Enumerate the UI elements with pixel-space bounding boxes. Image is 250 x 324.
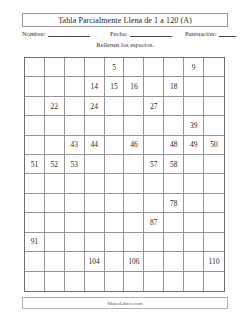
grid-cell-r1-c8[interactable]	[164, 58, 184, 77]
grid-cell-r12-c3[interactable]	[65, 272, 85, 291]
grid-cell-r4-c4[interactable]	[85, 116, 105, 135]
name-label: Nombre:	[22, 30, 45, 37]
grid-cell-r5-c3: 43	[65, 136, 85, 155]
grid-cell-r1-c2[interactable]	[45, 58, 65, 77]
grid-cell-r7-c4[interactable]	[85, 174, 105, 193]
grid-cell-r8-c4[interactable]	[85, 194, 105, 213]
grid-cell-r4-c5[interactable]	[105, 116, 125, 135]
score-field: Puntuación:	[185, 30, 236, 37]
grid-cell-r6-c1: 51	[25, 155, 45, 174]
grid-cell-r7-c2[interactable]	[45, 174, 65, 193]
grid-cell-r10-c7[interactable]	[144, 233, 164, 252]
grid-cell-r8-c9[interactable]	[184, 194, 204, 213]
grid-cell-r4-c3[interactable]	[65, 116, 85, 135]
grid-cell-r6-c3: 53	[65, 155, 85, 174]
grid-cell-r2-c2[interactable]	[45, 77, 65, 96]
grid-cell-r11-c1[interactable]	[25, 252, 45, 271]
grid-cell-r3-c9[interactable]	[184, 97, 204, 116]
grid-cell-r11-c4: 104	[85, 252, 105, 271]
grid-cell-r11-c9[interactable]	[184, 252, 204, 271]
grid-cell-r2-c6: 16	[124, 77, 144, 96]
grid-cell-r6-c8: 58	[164, 155, 184, 174]
footer-site-text: MatesLibres.com	[108, 301, 143, 306]
name-field: Nombre:	[22, 30, 90, 37]
grid-cell-r3-c7: 27	[144, 97, 164, 116]
grid-cell-r8-c6[interactable]	[124, 194, 144, 213]
grid-cell-r10-c1: 91	[25, 233, 45, 252]
grid-cell-r10-c4[interactable]	[85, 233, 105, 252]
grid-cell-r2-c8: 18	[164, 77, 184, 96]
grid-cell-r8-c3[interactable]	[65, 194, 85, 213]
grid-cell-r4-c7[interactable]	[144, 116, 164, 135]
grid-cell-r10-c2[interactable]	[45, 233, 65, 252]
grid-cell-r5-c10: 50	[204, 136, 224, 155]
grid-cell-r6-c10[interactable]	[204, 155, 224, 174]
grid-cell-r8-c7[interactable]	[144, 194, 164, 213]
grid-cell-r7-c6[interactable]	[124, 174, 144, 193]
grid-cell-r8-c8: 78	[164, 194, 184, 213]
grid-cell-r12-c10[interactable]	[204, 272, 224, 291]
grid-cell-r2-c5: 15	[105, 77, 125, 96]
grid-cell-r9-c7: 87	[144, 213, 164, 232]
grid-cell-r1-c3[interactable]	[65, 58, 85, 77]
grid-cell-r5-c9: 49	[184, 136, 204, 155]
grid-cell-r11-c3[interactable]	[65, 252, 85, 271]
grid-cell-r7-c10[interactable]	[204, 174, 224, 193]
grid-cell-r5-c7[interactable]	[144, 136, 164, 155]
grid-cell-r9-c10[interactable]	[204, 213, 224, 232]
grid-cell-r8-c10[interactable]	[204, 194, 224, 213]
grid-cell-r3-c8[interactable]	[164, 97, 184, 116]
grid-cell-r4-c9: 39	[184, 116, 204, 135]
grid-cell-r3-c10[interactable]	[204, 97, 224, 116]
grid-cell-r2-c1[interactable]	[25, 77, 45, 96]
grid-cell-r5-c2[interactable]	[45, 136, 65, 155]
date-label: Fecha:	[110, 30, 127, 37]
grid-cell-r11-c5[interactable]	[105, 252, 125, 271]
grid-cell-r1-c7[interactable]	[144, 58, 164, 77]
grid-cell-r11-c7[interactable]	[144, 252, 164, 271]
grid-cell-r5-c4: 44	[85, 136, 105, 155]
grid-cell-r10-c8[interactable]	[164, 233, 184, 252]
grid-cell-r8-c5[interactable]	[105, 194, 125, 213]
worksheet-title: Tabla Parcialmente Llena de 1 a 120 (A)	[22, 13, 228, 27]
grid-cell-r3-c3[interactable]	[65, 97, 85, 116]
grid-cell-r5-c8: 48	[164, 136, 184, 155]
grid-cell-r9-c5[interactable]	[105, 213, 125, 232]
grid-cell-r12-c5[interactable]	[105, 272, 125, 291]
grid-cell-r2-c4: 14	[85, 77, 105, 96]
grid-cell-r10-c9[interactable]	[184, 233, 204, 252]
grid-cell-r4-c1[interactable]	[25, 116, 45, 135]
grid-cell-r2-c10[interactable]	[204, 77, 224, 96]
grid-cell-r7-c3[interactable]	[65, 174, 85, 193]
date-field: Fecha:	[110, 30, 172, 37]
grid-cell-r7-c9[interactable]	[184, 174, 204, 193]
grid-cell-r2-c7[interactable]	[144, 77, 164, 96]
grid-cell-r9-c9[interactable]	[184, 213, 204, 232]
footer: MatesLibres.com	[22, 297, 228, 309]
grid-cell-r12-c6[interactable]	[124, 272, 144, 291]
grid-cell-r3-c1[interactable]	[25, 97, 45, 116]
grid-cell-r11-c8[interactable]	[164, 252, 184, 271]
grid-cell-r4-c8[interactable]	[164, 116, 184, 135]
grid-cell-r6-c7: 57	[144, 155, 164, 174]
grid-cell-r4-c2[interactable]	[45, 116, 65, 135]
grid-cell-r2-c3[interactable]	[65, 77, 85, 96]
grid-cell-r9-c8[interactable]	[164, 213, 184, 232]
grid-cell-r12-c8[interactable]	[164, 272, 184, 291]
grid-cell-r9-c2[interactable]	[45, 213, 65, 232]
grid-cell-r7-c5[interactable]	[105, 174, 125, 193]
grid-cell-r8-c1[interactable]	[25, 194, 45, 213]
grid-cell-r6-c9[interactable]	[184, 155, 204, 174]
grid-cell-r9-c4[interactable]	[85, 213, 105, 232]
grid-cell-r1-c10[interactable]	[204, 58, 224, 77]
grid-cell-r10-c6[interactable]	[124, 233, 144, 252]
grid-cell-r7-c1[interactable]	[25, 174, 45, 193]
grid-cell-r10-c3[interactable]	[65, 233, 85, 252]
grid-cell-r10-c10[interactable]	[204, 233, 224, 252]
score-blank-line[interactable]	[219, 31, 236, 37]
grid-cell-r5-c5[interactable]	[105, 136, 125, 155]
grid-cell-r2-c9[interactable]	[184, 77, 204, 96]
grid-cell-r12-c4[interactable]	[85, 272, 105, 291]
score-label: Puntuación:	[185, 30, 216, 37]
grid-cell-r11-c6: 106	[124, 252, 144, 271]
grid-cell-r12-c9[interactable]	[184, 272, 204, 291]
grid-cell-r4-c6[interactable]	[124, 116, 144, 135]
grid-cell-r6-c4[interactable]	[85, 155, 105, 174]
grid-cell-r3-c4: 24	[85, 97, 105, 116]
grid-cell-r1-c6[interactable]	[124, 58, 144, 77]
grid-cell-r7-c7[interactable]	[144, 174, 164, 193]
grid-cell-r12-c7[interactable]	[144, 272, 164, 291]
grid-cell-r6-c6[interactable]	[124, 155, 144, 174]
date-blank-line[interactable]	[130, 31, 172, 37]
grid-cell-r12-c1[interactable]	[25, 272, 45, 291]
grid-cell-r12-c2[interactable]	[45, 272, 65, 291]
grid-cell-r1-c1[interactable]	[25, 58, 45, 77]
instruction-text: Rellenen los espacios.	[0, 41, 250, 48]
worksheet-title-text: Tabla Parcialmente Llena de 1 a 120 (A)	[58, 16, 192, 25]
grid-cell-r9-c1[interactable]	[25, 213, 45, 232]
grid-cell-r3-c2: 22	[45, 97, 65, 116]
grid-cell-r3-c5[interactable]	[105, 97, 125, 116]
number-grid: 5914151618222427394344464849505152535758…	[24, 57, 225, 292]
grid-cell-r11-c2[interactable]	[45, 252, 65, 271]
grid-cell-r10-c5[interactable]	[105, 233, 125, 252]
grid-cell-r11-c10: 110	[204, 252, 224, 271]
grid-cell-r9-c3[interactable]	[65, 213, 85, 232]
grid-cell-r6-c2: 52	[45, 155, 65, 174]
grid-cell-r1-c4[interactable]	[85, 58, 105, 77]
grid-cell-r8-c2[interactable]	[45, 194, 65, 213]
name-blank-line[interactable]	[48, 31, 90, 37]
grid-cell-r5-c6: 46	[124, 136, 144, 155]
grid-cell-r5-c1[interactable]	[25, 136, 45, 155]
grid-cell-r9-c6[interactable]	[124, 213, 144, 232]
grid-cell-r3-c6[interactable]	[124, 97, 144, 116]
grid-cell-r4-c10[interactable]	[204, 116, 224, 135]
grid-cell-r1-c5: 5	[105, 58, 125, 77]
grid-cell-r7-c8[interactable]	[164, 174, 184, 193]
grid-cell-r6-c5[interactable]	[105, 155, 125, 174]
grid-cell-r1-c9: 9	[184, 58, 204, 77]
